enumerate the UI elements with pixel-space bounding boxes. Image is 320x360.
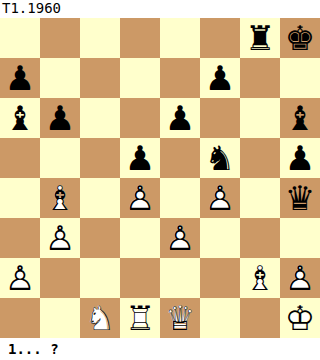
black-piece-glyph: ♟: [0, 58, 40, 98]
square-c2[interactable]: [80, 258, 120, 298]
square-a3[interactable]: [0, 218, 40, 258]
square-f4[interactable]: ♟♙: [200, 178, 240, 218]
square-e3[interactable]: ♟♙: [160, 218, 200, 258]
white-piece-outline: ♖: [120, 298, 160, 338]
square-d5[interactable]: ♟: [120, 138, 160, 178]
white-bishop: ♝♗: [40, 178, 80, 218]
white-piece-outline: ♙: [0, 258, 40, 298]
square-h5[interactable]: ♟: [280, 138, 320, 178]
white-piece-fill: ♛: [160, 298, 200, 338]
black-rook: ♜: [240, 18, 280, 58]
square-f7[interactable]: ♟: [200, 58, 240, 98]
square-h8[interactable]: ♚: [280, 18, 320, 58]
white-piece-outline: ♙: [200, 178, 240, 218]
black-queen: ♛: [280, 178, 320, 218]
square-g8[interactable]: ♜: [240, 18, 280, 58]
square-c4[interactable]: [80, 178, 120, 218]
black-pawn: ♟: [200, 58, 240, 98]
square-d8[interactable]: [120, 18, 160, 58]
white-pawn: ♟♙: [160, 218, 200, 258]
white-piece-fill: ♟: [40, 218, 80, 258]
square-a7[interactable]: ♟: [0, 58, 40, 98]
square-d7[interactable]: [120, 58, 160, 98]
move-prompt: 1... ?: [8, 340, 59, 360]
white-piece-outline: ♗: [40, 178, 80, 218]
square-a2[interactable]: ♟♙: [0, 258, 40, 298]
square-f2[interactable]: [200, 258, 240, 298]
white-piece-fill: ♟: [0, 258, 40, 298]
black-piece-glyph: ♟: [200, 58, 240, 98]
square-c5[interactable]: [80, 138, 120, 178]
square-e6[interactable]: ♟: [160, 98, 200, 138]
white-piece-fill: ♟: [280, 258, 320, 298]
square-a4[interactable]: [0, 178, 40, 218]
square-e8[interactable]: [160, 18, 200, 58]
square-f3[interactable]: [200, 218, 240, 258]
square-f8[interactable]: [200, 18, 240, 58]
white-piece-outline: ♕: [160, 298, 200, 338]
black-piece-glyph: ♝: [280, 98, 320, 138]
square-g7[interactable]: [240, 58, 280, 98]
white-piece-outline: ♙: [120, 178, 160, 218]
square-c7[interactable]: [80, 58, 120, 98]
square-b4[interactable]: ♝♗: [40, 178, 80, 218]
square-g5[interactable]: [240, 138, 280, 178]
square-f1[interactable]: [200, 298, 240, 338]
white-piece-fill: ♜: [120, 298, 160, 338]
black-piece-glyph: ♝: [0, 98, 40, 138]
white-pawn: ♟♙: [40, 218, 80, 258]
square-b5[interactable]: [40, 138, 80, 178]
black-bishop: ♝: [0, 98, 40, 138]
square-d1[interactable]: ♜♖: [120, 298, 160, 338]
square-b8[interactable]: [40, 18, 80, 58]
white-piece-fill: ♟: [200, 178, 240, 218]
square-e4[interactable]: [160, 178, 200, 218]
black-knight: ♞: [200, 138, 240, 178]
square-d3[interactable]: [120, 218, 160, 258]
white-piece-outline: ♙: [160, 218, 200, 258]
square-h2[interactable]: ♟♙: [280, 258, 320, 298]
black-piece-glyph: ♛: [280, 178, 320, 218]
black-piece-glyph: ♟: [120, 138, 160, 178]
white-piece-fill: ♝: [240, 258, 280, 298]
square-f6[interactable]: [200, 98, 240, 138]
black-piece-glyph: ♟: [40, 98, 80, 138]
black-piece-glyph: ♟: [280, 138, 320, 178]
square-d4[interactable]: ♟♙: [120, 178, 160, 218]
square-h6[interactable]: ♝: [280, 98, 320, 138]
square-a6[interactable]: ♝: [0, 98, 40, 138]
white-knight: ♞♘: [80, 298, 120, 338]
white-piece-fill: ♚: [280, 298, 320, 338]
black-pawn: ♟: [0, 58, 40, 98]
square-g6[interactable]: [240, 98, 280, 138]
black-piece-glyph: ♚: [280, 18, 320, 58]
white-rook: ♜♖: [120, 298, 160, 338]
white-pawn: ♟♙: [200, 178, 240, 218]
white-piece-outline: ♙: [40, 218, 80, 258]
white-bishop: ♝♗: [240, 258, 280, 298]
white-piece-fill: ♟: [120, 178, 160, 218]
square-f5[interactable]: ♞: [200, 138, 240, 178]
square-e5[interactable]: [160, 138, 200, 178]
square-b2[interactable]: [40, 258, 80, 298]
chess-board: ♜♚♟♟♝♟♟♝♟♞♟♝♗♟♙♟♙♛♟♙♟♙♟♙♝♗♟♙♞♘♜♖♛♕♚♔: [0, 18, 320, 338]
square-h3[interactable]: [280, 218, 320, 258]
white-piece-outline: ♗: [240, 258, 280, 298]
square-a5[interactable]: [0, 138, 40, 178]
square-a8[interactable]: [0, 18, 40, 58]
black-pawn: ♟: [120, 138, 160, 178]
white-pawn: ♟♙: [120, 178, 160, 218]
square-g2[interactable]: ♝♗: [240, 258, 280, 298]
square-c3[interactable]: [80, 218, 120, 258]
square-c6[interactable]: [80, 98, 120, 138]
square-h7[interactable]: [280, 58, 320, 98]
square-h1[interactable]: ♚♔: [280, 298, 320, 338]
square-g1[interactable]: [240, 298, 280, 338]
black-bishop: ♝: [280, 98, 320, 138]
white-queen: ♛♕: [160, 298, 200, 338]
white-piece-outline: ♘: [80, 298, 120, 338]
square-d6[interactable]: [120, 98, 160, 138]
white-piece-fill: ♝: [40, 178, 80, 218]
black-pawn: ♟: [280, 138, 320, 178]
white-king: ♚♔: [280, 298, 320, 338]
square-d2[interactable]: [120, 258, 160, 298]
puzzle-page: T1.1960 ♜♚♟♟♝♟♟♝♟♞♟♝♗♟♙♟♙♛♟♙♟♙♟♙♝♗♟♙♞♘♜♖…: [0, 0, 320, 360]
square-g3[interactable]: [240, 218, 280, 258]
square-c1[interactable]: ♞♘: [80, 298, 120, 338]
square-b6[interactable]: ♟: [40, 98, 80, 138]
square-e7[interactable]: [160, 58, 200, 98]
square-e2[interactable]: [160, 258, 200, 298]
black-pawn: ♟: [40, 98, 80, 138]
square-h4[interactable]: ♛: [280, 178, 320, 218]
black-piece-glyph: ♞: [200, 138, 240, 178]
black-piece-glyph: ♜: [240, 18, 280, 58]
white-pawn: ♟♙: [0, 258, 40, 298]
white-piece-fill: ♞: [80, 298, 120, 338]
square-b1[interactable]: [40, 298, 80, 338]
square-a1[interactable]: [0, 298, 40, 338]
black-pawn: ♟: [160, 98, 200, 138]
black-piece-glyph: ♟: [160, 98, 200, 138]
black-king: ♚: [280, 18, 320, 58]
square-c8[interactable]: [80, 18, 120, 58]
square-g4[interactable]: [240, 178, 280, 218]
puzzle-title: T1.1960: [2, 0, 61, 18]
white-pawn: ♟♙: [280, 258, 320, 298]
white-piece-fill: ♟: [160, 218, 200, 258]
white-piece-outline: ♙: [280, 258, 320, 298]
white-piece-outline: ♔: [280, 298, 320, 338]
square-e1[interactable]: ♛♕: [160, 298, 200, 338]
square-b3[interactable]: ♟♙: [40, 218, 80, 258]
square-b7[interactable]: [40, 58, 80, 98]
